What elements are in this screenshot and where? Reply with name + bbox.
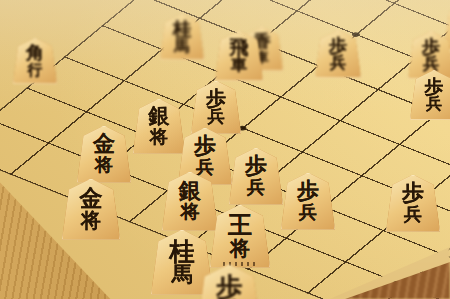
shogi-piece-gold-q[interactable]: 金将: [33, 148, 91, 209]
piece-kanji-pawn: 歩兵: [329, 37, 347, 72]
kanji-char: 歩: [402, 182, 424, 204]
piece-kanji-gold: 金将: [93, 133, 115, 174]
kanji-char: 車: [231, 57, 247, 73]
shogi-piece-pawn-h[interactable]: 歩兵: [386, 45, 434, 95]
piece-kanji-bishop: 角行: [26, 44, 44, 78]
shogi-piece-knight-b[interactable]: 桂馬: [138, 0, 182, 37]
shogi-piece-pawn-o[interactable]: 歩兵: [359, 146, 413, 203]
shogi-piece-pawn-t[interactable]: 歩兵: [165, 231, 229, 298]
piece-kanji-pawn: 歩兵: [425, 77, 444, 113]
piece-kanji-pawn: 歩兵: [297, 180, 319, 221]
shogi-piece-pawn-m[interactable]: 歩兵: [202, 119, 256, 176]
kanji-char: 将: [81, 210, 101, 230]
kanji-char: 兵: [299, 203, 317, 221]
shogi-piece-rook-c[interactable]: 飛車: [191, 6, 239, 56]
kanji-char: 兵: [330, 55, 346, 71]
kanji-char: 将: [230, 238, 250, 258]
kanji-char: 兵: [426, 96, 442, 112]
kanji-char: 馬: [175, 39, 190, 54]
piece-kanji-knight: 桂馬: [173, 20, 191, 54]
piece-top-face: 歩兵: [410, 70, 450, 120]
shogi-piece-king[interactable]: 王将: [180, 173, 240, 236]
kanji-char: 歩: [216, 274, 242, 299]
shogi-piece-pawn-e[interactable]: 歩兵: [292, 6, 338, 54]
kanji-char: 王: [228, 213, 252, 237]
kanji-char: 金: [93, 133, 115, 155]
piece-kanji-king: 王将: [228, 213, 252, 258]
kanji-char: 兵: [404, 205, 422, 223]
kanji-char: 将: [95, 156, 113, 174]
piece-kanji-pawn: 歩兵: [216, 274, 242, 299]
kanji-char: 歩: [297, 180, 319, 202]
piece-kanji-gold: 金将: [80, 187, 103, 231]
shogi-piece-bishop-a[interactable]: 角行: [0, 15, 35, 61]
shogi-board-photo: 角行桂馬香車飛車歩兵歩兵歩兵歩兵歩兵歩兵銀将金将歩兵歩兵銀将歩兵歩兵金将王将桂馬…: [0, 0, 450, 299]
piece-kanji-rook: 飛車: [230, 38, 249, 74]
kanji-char: 行: [28, 63, 43, 78]
kanji-char: 歩: [206, 88, 226, 108]
piece-kanji-pawn: 歩兵: [402, 182, 424, 223]
shogi-piece-gold-l[interactable]: 金将: [50, 97, 104, 154]
shogi-piece-pawn-n[interactable]: 歩兵: [254, 144, 308, 201]
kanji-char: 金: [80, 187, 103, 210]
